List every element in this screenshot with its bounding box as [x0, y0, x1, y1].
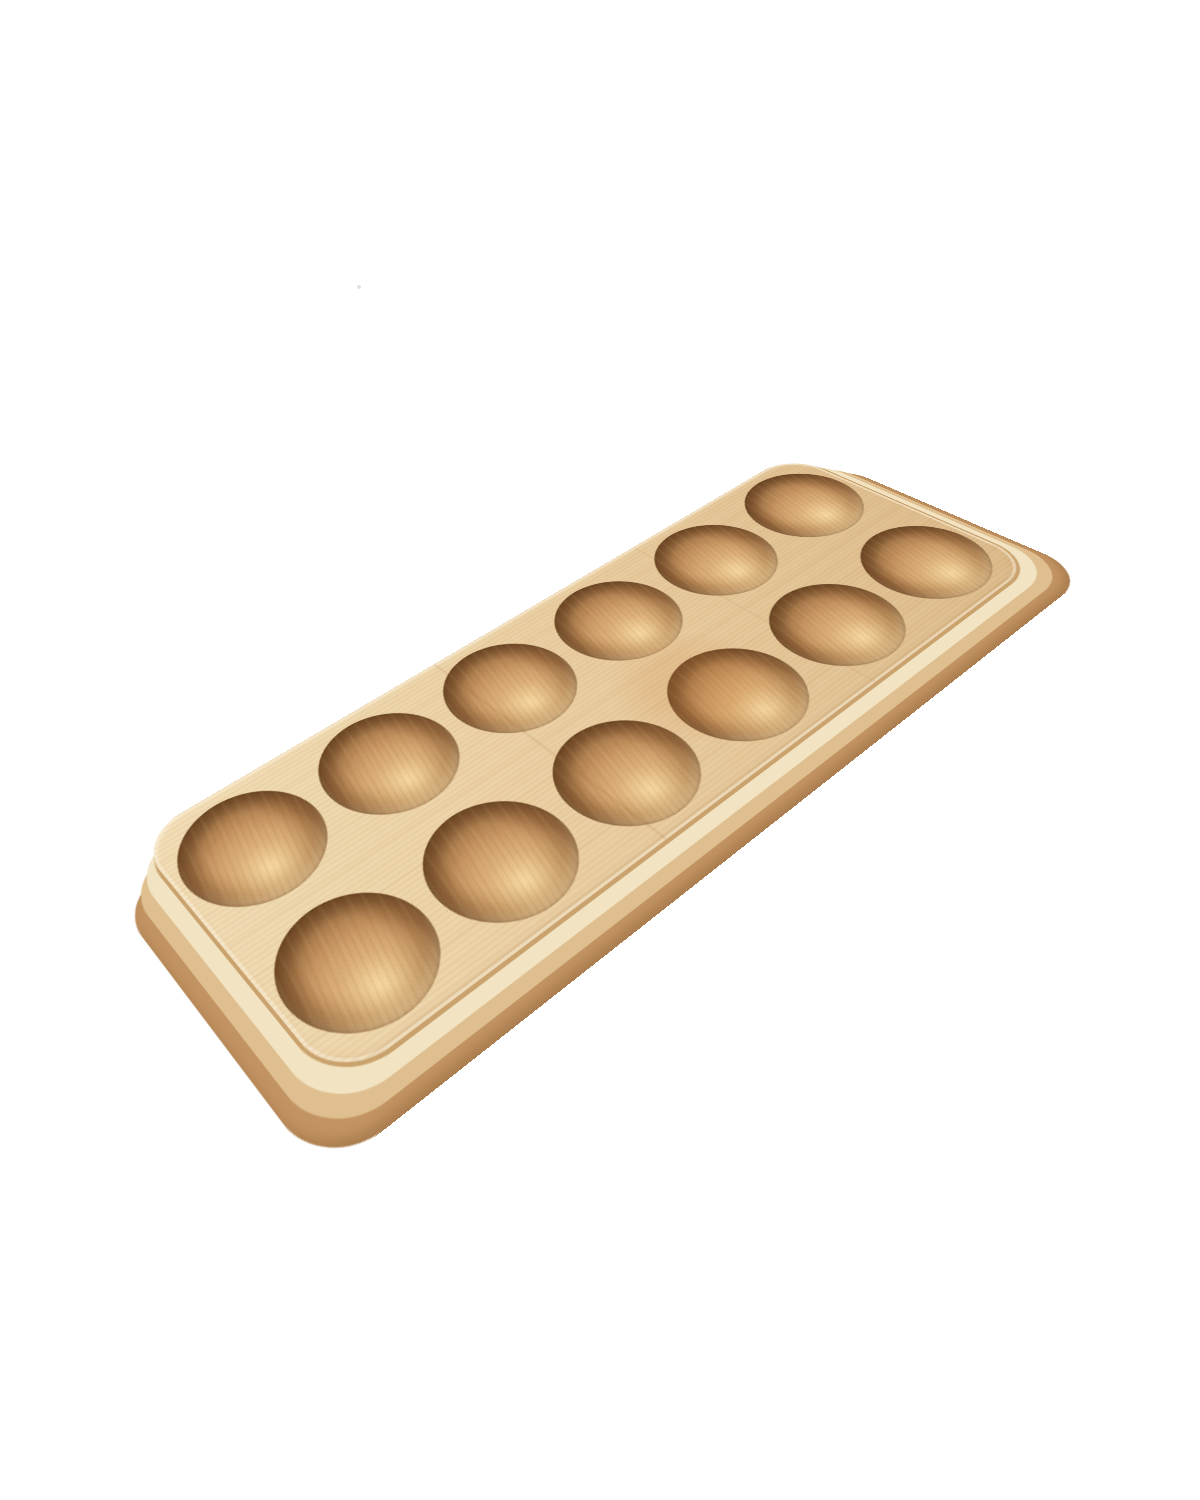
mancala-board	[135, 455, 1035, 1087]
photo-canvas	[0, 0, 1200, 1500]
board-top-face	[135, 455, 1035, 1087]
dust-speck	[357, 285, 361, 289]
